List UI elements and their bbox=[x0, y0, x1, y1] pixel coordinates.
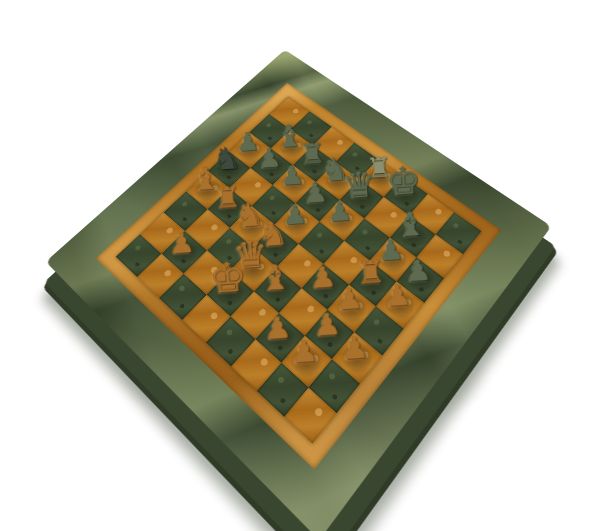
scene-tilt: ♜♚♝♜♞♛♝♟♟♟♟♟♟♟♞♟♜♟♝♜♞♞♟♟♛♝♟♟♟♚♟♟ bbox=[0, 0, 600, 531]
amber-border-band: ♜♚♝♜♞♛♝♟♟♟♟♟♟♟♞♟♜♟♝♜♞♞♟♟♛♝♟♟♟♚♟♟ bbox=[96, 83, 501, 470]
square-h8 bbox=[436, 212, 482, 254]
square-h5: ♟ bbox=[376, 281, 424, 328]
square-g1 bbox=[257, 363, 309, 417]
square-d2: ♚ bbox=[207, 271, 254, 317]
chess-set-photo: ♜♚♝♜♞♛♝♟♟♟♟♟♟♟♞♟♜♟♝♜♞♞♟♟♛♝♟♟♟♚♟♟ bbox=[0, 0, 600, 531]
scene: ♜♚♝♜♞♛♝♟♟♟♟♟♟♟♞♟♜♟♝♜♞♞♟♟♛♝♟♟♟♚♟♟ bbox=[121, 67, 475, 421]
chess-board: ♜♚♝♜♞♛♝♟♟♟♟♟♟♟♞♟♜♟♝♜♞♞♟♟♛♝♟♟♟♚♟♟ bbox=[46, 50, 552, 531]
marble-frame: ♜♚♝♜♞♛♝♟♟♟♟♟♟♟♞♟♜♟♝♜♞♞♟♟♛♝♟♟♟♚♟♟ bbox=[46, 50, 552, 531]
checkerboard: ♜♚♝♜♞♛♝♟♟♟♟♟♟♟♞♟♜♟♝♜♞♞♟♟♛♝♟♟♟♚♟♟ bbox=[116, 96, 482, 443]
square-g2: ♟ bbox=[281, 336, 331, 388]
